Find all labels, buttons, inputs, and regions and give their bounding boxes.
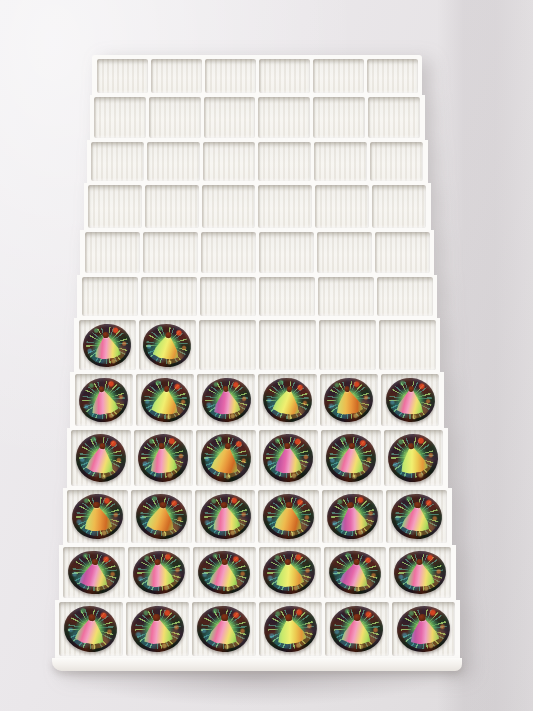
tray-cell bbox=[392, 602, 456, 656]
tray-cell bbox=[192, 602, 256, 656]
tray-cell bbox=[259, 320, 316, 370]
tray-cell bbox=[94, 97, 146, 138]
tray-cell bbox=[318, 277, 374, 316]
crystal-rhinestone bbox=[140, 321, 193, 370]
tray-cell bbox=[259, 602, 323, 656]
tray-cell bbox=[200, 277, 256, 316]
crystal-sparkle bbox=[384, 376, 436, 423]
tray-cell bbox=[259, 232, 314, 273]
crystal-rhinestone bbox=[324, 490, 382, 543]
crystal-sparkle bbox=[329, 605, 385, 654]
tray-cell bbox=[196, 430, 256, 486]
crystal-rhinestone bbox=[322, 375, 377, 426]
tray-cell bbox=[145, 185, 199, 228]
tray-row bbox=[87, 140, 428, 183]
crystal-rhinestone bbox=[394, 603, 453, 655]
tray-cell bbox=[71, 430, 131, 486]
tray-cell bbox=[319, 320, 376, 370]
tray-cell bbox=[259, 547, 321, 598]
tray-cell bbox=[386, 490, 447, 543]
crystal-rhinestone bbox=[133, 491, 190, 543]
crystal-sparkle bbox=[197, 549, 252, 596]
crystal-sparkle bbox=[130, 547, 188, 597]
tray-cell bbox=[389, 547, 451, 598]
crystal-sparkle bbox=[322, 375, 377, 426]
tray-cell bbox=[368, 97, 420, 138]
crystal-rhinestone bbox=[262, 493, 315, 541]
crystal-rhinestone bbox=[262, 433, 314, 483]
tray-cell bbox=[370, 142, 423, 181]
tray-cell bbox=[313, 97, 365, 138]
crystal-sparkle bbox=[324, 432, 378, 484]
tray-cell bbox=[259, 59, 310, 93]
tray-cell bbox=[314, 142, 367, 181]
tray-cell bbox=[143, 232, 198, 273]
crystal-rhinestone bbox=[138, 375, 191, 424]
crystal-sparkle bbox=[81, 321, 133, 368]
crystal-sparkle bbox=[324, 490, 382, 543]
crystal-rhinestone bbox=[260, 602, 320, 656]
crystal-rhinestone bbox=[129, 604, 186, 654]
tray-cell bbox=[126, 602, 190, 656]
crystal-rhinestone bbox=[66, 549, 122, 597]
tray-cell bbox=[259, 430, 319, 486]
crystal-sparkle bbox=[140, 321, 193, 370]
crystal-sparkle bbox=[73, 431, 128, 484]
tray-cell bbox=[147, 142, 200, 181]
crystal-sparkle bbox=[200, 376, 252, 423]
tray-cell bbox=[381, 374, 439, 426]
tray-row bbox=[90, 95, 425, 140]
crystal-sparkle bbox=[197, 491, 253, 542]
crystal-rhinestone bbox=[195, 603, 253, 654]
crystal-rhinestone bbox=[260, 374, 316, 426]
tray-cell bbox=[149, 97, 201, 138]
crystal-rhinestone bbox=[197, 431, 254, 486]
tray-cell bbox=[193, 547, 255, 598]
crystal-rhinestone bbox=[61, 603, 120, 656]
tray-row bbox=[63, 488, 452, 545]
tray-cell bbox=[325, 602, 389, 656]
crystal-sparkle bbox=[262, 493, 315, 541]
crystal-rhinestone bbox=[130, 547, 188, 597]
tray-cell bbox=[91, 142, 144, 181]
crystal-rhinestone bbox=[389, 491, 445, 541]
tray-cell bbox=[317, 232, 372, 273]
tray-cell bbox=[85, 232, 140, 273]
crystal-rhinestone bbox=[384, 376, 436, 423]
tray-cell bbox=[134, 430, 194, 486]
tray-cell bbox=[131, 490, 192, 543]
tray-cell bbox=[75, 374, 133, 426]
tray-cell bbox=[258, 374, 316, 426]
tray-row bbox=[77, 275, 437, 318]
tray-cell bbox=[128, 547, 190, 598]
tray-cell bbox=[203, 142, 256, 181]
crystal-rhinestone bbox=[326, 547, 384, 598]
crystal-rhinestone bbox=[200, 376, 252, 423]
tray-front-edge bbox=[52, 658, 462, 671]
tray-row bbox=[80, 230, 434, 275]
crystal-sparkle bbox=[262, 433, 314, 483]
tray-row bbox=[84, 183, 431, 230]
tray-cell bbox=[199, 320, 256, 370]
crystal-rhinestone bbox=[197, 549, 252, 596]
tray-cell bbox=[321, 430, 381, 486]
tray-cell bbox=[372, 185, 426, 228]
tray-cell bbox=[197, 374, 255, 426]
tray-cell bbox=[258, 142, 311, 181]
tray-cell bbox=[204, 97, 256, 138]
tray-cell bbox=[377, 277, 433, 316]
tray-cell bbox=[195, 490, 256, 543]
tray-row bbox=[59, 545, 456, 600]
crystal-rhinestone bbox=[73, 431, 128, 484]
crystal-rhinestone bbox=[136, 432, 191, 485]
crystal-rhinestone bbox=[324, 432, 378, 484]
tray-cell bbox=[82, 277, 138, 316]
tray-row bbox=[55, 600, 460, 658]
tray-cell bbox=[201, 232, 256, 273]
crystal-sparkle bbox=[195, 603, 253, 654]
tray-cell bbox=[205, 59, 256, 93]
tray-cell bbox=[322, 490, 383, 543]
tray-cell bbox=[79, 320, 136, 370]
crystal-sparkle bbox=[260, 602, 320, 656]
tray-cell bbox=[324, 547, 386, 598]
crystal-sparkle bbox=[76, 374, 132, 426]
photo-scene bbox=[0, 0, 533, 711]
crystal-sparkle bbox=[261, 548, 317, 597]
tray-cell bbox=[202, 185, 256, 228]
crystal-sparkle bbox=[385, 431, 442, 486]
tray-cell bbox=[136, 374, 194, 426]
tray-cell bbox=[259, 277, 315, 316]
crystal-sparkle bbox=[70, 492, 125, 541]
tray-cell bbox=[88, 185, 142, 228]
tray-cell bbox=[258, 97, 310, 138]
crystal-rhinestone bbox=[197, 491, 253, 542]
crystal-sparkle bbox=[61, 603, 120, 656]
crystal-sparkle bbox=[394, 603, 453, 655]
crystal-rhinestone bbox=[393, 549, 447, 595]
crystal-sparkle bbox=[389, 491, 445, 541]
tray-row bbox=[67, 428, 448, 488]
storage-tray bbox=[0, 55, 462, 671]
tray-cell bbox=[139, 320, 196, 370]
tray-cell bbox=[141, 277, 197, 316]
tray-cell bbox=[59, 602, 123, 656]
tray-cell bbox=[320, 374, 378, 426]
crystal-sparkle bbox=[326, 547, 384, 598]
tray-row bbox=[74, 318, 440, 372]
crystal-sparkle bbox=[393, 549, 447, 595]
crystal-rhinestone bbox=[261, 548, 317, 597]
crystal-rhinestone bbox=[329, 605, 385, 654]
tray-cell bbox=[67, 490, 128, 543]
tray-cell bbox=[367, 59, 418, 93]
tray-cell bbox=[63, 547, 125, 598]
tray-cell bbox=[97, 59, 148, 93]
tray-cell bbox=[315, 185, 369, 228]
crystal-sparkle bbox=[136, 432, 191, 485]
tray-row bbox=[92, 55, 422, 95]
tray-cell bbox=[379, 320, 436, 370]
crystal-sparkle bbox=[133, 491, 190, 543]
tray-cell bbox=[258, 185, 312, 228]
crystal-sparkle bbox=[129, 604, 186, 654]
tray-cell bbox=[151, 59, 202, 93]
tray-cell bbox=[313, 59, 364, 93]
tray-cell bbox=[375, 232, 430, 273]
tray-row bbox=[70, 372, 444, 428]
crystal-rhinestone bbox=[70, 492, 125, 541]
crystal-rhinestone bbox=[385, 431, 442, 486]
crystal-sparkle bbox=[138, 375, 191, 424]
crystal-rhinestone bbox=[81, 321, 133, 368]
tray-cell bbox=[258, 490, 319, 543]
crystal-rhinestone bbox=[76, 374, 132, 426]
tray-cell bbox=[384, 430, 444, 486]
crystal-sparkle bbox=[197, 431, 254, 486]
crystal-sparkle bbox=[66, 549, 122, 597]
crystal-sparkle bbox=[260, 374, 316, 426]
